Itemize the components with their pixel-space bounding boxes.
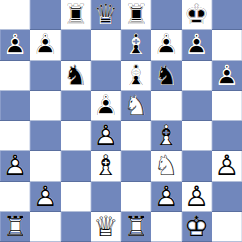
pawn-glyph-outline: ♙ — [151, 182, 181, 212]
black-pawn[interactable]: ♟♙ — [91, 91, 121, 121]
black-pawn[interactable]: ♟♙ — [182, 30, 212, 60]
chess-board: ♜♖♛♕♜♖♚♔♟♙♟♙♝♗♟♙♟♙♞♘♝♗♞♘♟♙♟♙♞♘♟♙♝♗♟♙♝♗♞♘… — [0, 0, 242, 242]
square-b4[interactable] — [30, 121, 60, 151]
square-d8[interactable]: ♛♕ — [91, 0, 121, 30]
square-e8[interactable]: ♜♖ — [121, 0, 151, 30]
square-e2[interactable] — [121, 182, 151, 212]
rook-glyph-outline: ♖ — [121, 0, 151, 30]
square-h2[interactable] — [212, 182, 242, 212]
white-pawn[interactable]: ♟♙ — [182, 182, 212, 212]
square-f1[interactable] — [151, 212, 181, 242]
square-a6[interactable] — [0, 61, 30, 91]
black-rook[interactable]: ♜♖ — [121, 0, 151, 30]
square-c2[interactable] — [61, 182, 91, 212]
black-queen[interactable]: ♛♕ — [91, 0, 121, 30]
square-f5[interactable] — [151, 91, 181, 121]
square-f6[interactable]: ♞♘ — [151, 61, 181, 91]
bishop-glyph-outline: ♗ — [151, 121, 181, 151]
white-bishop[interactable]: ♝♗ — [91, 151, 121, 181]
black-pawn[interactable]: ♟♙ — [212, 61, 242, 91]
square-g5[interactable] — [182, 91, 212, 121]
white-rook[interactable]: ♜♖ — [121, 212, 151, 242]
square-h1[interactable] — [212, 212, 242, 242]
white-rook[interactable]: ♜♖ — [0, 212, 30, 242]
pawn-glyph-outline: ♙ — [30, 30, 60, 60]
pawn-glyph-outline: ♙ — [91, 121, 121, 151]
white-knight[interactable]: ♞♘ — [151, 151, 181, 181]
square-c4[interactable] — [61, 121, 91, 151]
square-f7[interactable]: ♟♙ — [151, 30, 181, 60]
knight-glyph-outline: ♘ — [151, 151, 181, 181]
square-e1[interactable]: ♜♖ — [121, 212, 151, 242]
square-h8[interactable] — [212, 0, 242, 30]
square-h4[interactable] — [212, 121, 242, 151]
bishop-glyph-outline: ♗ — [121, 30, 151, 60]
square-g2[interactable]: ♟♙ — [182, 182, 212, 212]
rook-glyph-outline: ♖ — [121, 212, 151, 242]
square-b7[interactable]: ♟♙ — [30, 30, 60, 60]
square-g8[interactable]: ♚♔ — [182, 0, 212, 30]
white-pawn[interactable]: ♟♙ — [0, 151, 30, 181]
white-pawn[interactable]: ♟♙ — [151, 182, 181, 212]
black-rook[interactable]: ♜♖ — [61, 0, 91, 30]
square-a8[interactable] — [0, 0, 30, 30]
square-a3[interactable]: ♟♙ — [0, 151, 30, 181]
square-f4[interactable]: ♝♗ — [151, 121, 181, 151]
square-d4[interactable]: ♟♙ — [91, 121, 121, 151]
black-pawn[interactable]: ♟♙ — [151, 30, 181, 60]
square-f8[interactable] — [151, 0, 181, 30]
square-a4[interactable] — [0, 121, 30, 151]
square-g4[interactable] — [182, 121, 212, 151]
black-bishop[interactable]: ♝♗ — [121, 30, 151, 60]
black-knight[interactable]: ♞♘ — [61, 61, 91, 91]
square-b5[interactable] — [30, 91, 60, 121]
white-knight[interactable]: ♞♘ — [121, 91, 151, 121]
white-bishop[interactable]: ♝♗ — [151, 121, 181, 151]
square-e5[interactable]: ♞♘ — [121, 91, 151, 121]
square-c6[interactable]: ♞♘ — [61, 61, 91, 91]
square-a7[interactable]: ♟♙ — [0, 30, 30, 60]
queen-glyph-outline: ♕ — [91, 0, 121, 30]
square-g7[interactable]: ♟♙ — [182, 30, 212, 60]
square-e6[interactable]: ♝♗ — [121, 61, 151, 91]
square-d3[interactable]: ♝♗ — [91, 151, 121, 181]
square-c1[interactable] — [61, 212, 91, 242]
white-king[interactable]: ♚♔ — [182, 212, 212, 242]
square-a2[interactable] — [0, 182, 30, 212]
square-c5[interactable] — [61, 91, 91, 121]
square-b3[interactable] — [30, 151, 60, 181]
rook-glyph-outline: ♖ — [0, 212, 30, 242]
knight-glyph-outline: ♘ — [151, 61, 181, 91]
square-g1[interactable]: ♚♔ — [182, 212, 212, 242]
bishop-glyph-outline: ♗ — [91, 151, 121, 181]
white-queen[interactable]: ♛♕ — [91, 212, 121, 242]
square-b8[interactable] — [30, 0, 60, 30]
square-b6[interactable] — [30, 61, 60, 91]
square-b2[interactable]: ♟♙ — [30, 182, 60, 212]
square-e3[interactable] — [121, 151, 151, 181]
square-d6[interactable] — [91, 61, 121, 91]
square-h3[interactable]: ♟♙ — [212, 151, 242, 181]
square-h5[interactable] — [212, 91, 242, 121]
white-pawn[interactable]: ♟♙ — [212, 151, 242, 181]
square-e7[interactable]: ♝♗ — [121, 30, 151, 60]
pawn-glyph-outline: ♙ — [0, 30, 30, 60]
white-pawn[interactable]: ♟♙ — [30, 182, 60, 212]
square-f2[interactable]: ♟♙ — [151, 182, 181, 212]
pawn-glyph-outline: ♙ — [212, 61, 242, 91]
square-d5[interactable]: ♟♙ — [91, 91, 121, 121]
pawn-glyph-outline: ♙ — [30, 182, 60, 212]
bishop-glyph-outline: ♗ — [121, 61, 151, 91]
square-c3[interactable] — [61, 151, 91, 181]
king-glyph-outline: ♔ — [182, 212, 212, 242]
black-pawn[interactable]: ♟♙ — [0, 30, 30, 60]
pawn-glyph-outline: ♙ — [0, 151, 30, 181]
rook-glyph-outline: ♖ — [61, 0, 91, 30]
pawn-glyph-outline: ♙ — [91, 91, 121, 121]
knight-glyph-outline: ♘ — [61, 61, 91, 91]
square-a1[interactable]: ♜♖ — [0, 212, 30, 242]
square-f3[interactable]: ♞♘ — [151, 151, 181, 181]
black-pawn[interactable]: ♟♙ — [30, 30, 60, 60]
square-h6[interactable]: ♟♙ — [212, 61, 242, 91]
knight-glyph-outline: ♘ — [121, 91, 151, 121]
pawn-glyph-outline: ♙ — [212, 151, 242, 181]
square-c8[interactable]: ♜♖ — [61, 0, 91, 30]
black-king[interactable]: ♚♔ — [182, 0, 212, 30]
square-d7[interactable] — [91, 30, 121, 60]
pawn-glyph-outline: ♙ — [151, 30, 181, 60]
square-g3[interactable] — [182, 151, 212, 181]
square-d2[interactable] — [91, 182, 121, 212]
square-a5[interactable] — [0, 91, 30, 121]
queen-glyph-outline: ♕ — [91, 212, 121, 242]
pawn-glyph-outline: ♙ — [182, 182, 212, 212]
square-g6[interactable] — [182, 61, 212, 91]
black-knight[interactable]: ♞♘ — [151, 61, 181, 91]
square-d1[interactable]: ♛♕ — [91, 212, 121, 242]
square-e4[interactable] — [121, 121, 151, 151]
square-c7[interactable] — [61, 30, 91, 60]
square-b1[interactable] — [30, 212, 60, 242]
pawn-glyph-outline: ♙ — [182, 30, 212, 60]
king-glyph-outline: ♔ — [182, 0, 212, 30]
white-pawn[interactable]: ♟♙ — [91, 121, 121, 151]
square-h7[interactable] — [212, 30, 242, 60]
black-bishop[interactable]: ♝♗ — [121, 61, 151, 91]
